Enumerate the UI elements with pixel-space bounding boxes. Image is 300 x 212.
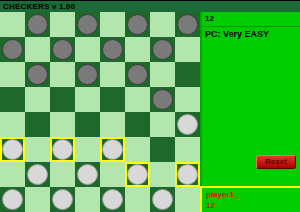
square-r3c7 — [150, 62, 175, 87]
square-r2c6 — [125, 37, 150, 62]
square-r8c6 — [125, 187, 150, 212]
square-r1c4[interactable] — [75, 12, 100, 37]
square-r4c5[interactable] — [100, 87, 125, 112]
pc-gray-piece[interactable] — [77, 14, 98, 35]
checkers-board[interactable] — [0, 12, 200, 212]
square-r5c5 — [100, 112, 125, 137]
square-r8c1[interactable] — [0, 187, 25, 212]
square-r4c4 — [75, 87, 100, 112]
side-panel: 12 PC: Very EASY Reset player1 12 — [200, 12, 300, 212]
square-r1c1 — [0, 12, 25, 37]
pc-gray-piece[interactable] — [102, 39, 123, 60]
square-r4c8 — [175, 87, 200, 112]
main-area: 12 PC: Very EASY Reset player1 12 — [0, 12, 300, 212]
square-r6c8 — [175, 137, 200, 162]
square-r6c5[interactable] — [100, 137, 125, 162]
square-r6c3[interactable] — [50, 137, 75, 162]
square-r2c2 — [25, 37, 50, 62]
pc-gray-piece[interactable] — [77, 64, 98, 85]
square-r1c2[interactable] — [25, 12, 50, 37]
square-r1c5 — [100, 12, 125, 37]
app-title: CHECKERS v 1.00 — [3, 2, 75, 11]
square-r5c7 — [150, 112, 175, 137]
square-r8c5[interactable] — [100, 187, 125, 212]
square-r2c3[interactable] — [50, 37, 75, 62]
player-white-piece[interactable] — [27, 164, 48, 185]
square-r1c3 — [50, 12, 75, 37]
pc-gray-piece[interactable] — [52, 39, 73, 60]
pc-piece-count: 12 — [202, 12, 300, 27]
square-r4c3[interactable] — [50, 87, 75, 112]
player-white-piece[interactable] — [77, 164, 98, 185]
square-r7c8[interactable] — [175, 162, 200, 187]
player-info-box: player1 12 — [200, 186, 300, 212]
square-r7c5 — [100, 162, 125, 187]
pc-gray-piece[interactable] — [127, 64, 148, 85]
square-r6c1[interactable] — [0, 137, 25, 162]
square-r4c2 — [25, 87, 50, 112]
pc-gray-piece[interactable] — [27, 64, 48, 85]
square-r7c3 — [50, 162, 75, 187]
player-white-piece[interactable] — [152, 189, 173, 210]
square-r3c3 — [50, 62, 75, 87]
square-r2c8 — [175, 37, 200, 62]
square-r8c3[interactable] — [50, 187, 75, 212]
square-r7c1 — [0, 162, 25, 187]
square-r2c5[interactable] — [100, 37, 125, 62]
square-r7c2[interactable] — [25, 162, 50, 187]
square-r6c6 — [125, 137, 150, 162]
player-white-piece[interactable] — [52, 189, 73, 210]
square-r8c8 — [175, 187, 200, 212]
checkers-app-window: CHECKERS v 1.00 12 PC: Very EASY Reset p… — [0, 0, 300, 212]
square-r6c4 — [75, 137, 100, 162]
pc-gray-piece[interactable] — [152, 89, 173, 110]
square-r4c7[interactable] — [150, 87, 175, 112]
square-r6c2 — [25, 137, 50, 162]
pc-gray-piece[interactable] — [127, 14, 148, 35]
square-r1c7 — [150, 12, 175, 37]
square-r3c6[interactable] — [125, 62, 150, 87]
square-r5c2[interactable] — [25, 112, 50, 137]
square-r2c4 — [75, 37, 100, 62]
reset-button[interactable]: Reset — [256, 155, 296, 169]
pc-gray-piece[interactable] — [152, 39, 173, 60]
player-white-piece[interactable] — [2, 189, 23, 210]
square-r5c4[interactable] — [75, 112, 100, 137]
square-r5c3 — [50, 112, 75, 137]
square-r3c4[interactable] — [75, 62, 100, 87]
square-r1c6[interactable] — [125, 12, 150, 37]
player-name: player1 — [206, 189, 300, 200]
pc-gray-piece[interactable] — [177, 14, 198, 35]
square-r3c8[interactable] — [175, 62, 200, 87]
player-white-piece[interactable] — [177, 164, 198, 185]
square-r3c1 — [0, 62, 25, 87]
square-r2c1[interactable] — [0, 37, 25, 62]
pc-difficulty-label: PC: Very EASY — [202, 27, 300, 39]
square-r1c8[interactable] — [175, 12, 200, 37]
player-white-piece[interactable] — [102, 139, 123, 160]
square-r5c6[interactable] — [125, 112, 150, 137]
square-r7c4[interactable] — [75, 162, 100, 187]
square-r4c1[interactable] — [0, 87, 25, 112]
square-r7c7 — [150, 162, 175, 187]
square-r8c2 — [25, 187, 50, 212]
square-r6c7[interactable] — [150, 137, 175, 162]
square-r4c6 — [125, 87, 150, 112]
pc-gray-piece[interactable] — [27, 14, 48, 35]
pc-gray-piece[interactable] — [2, 39, 23, 60]
square-r8c7[interactable] — [150, 187, 175, 212]
square-r3c2[interactable] — [25, 62, 50, 87]
player-white-piece[interactable] — [127, 164, 148, 185]
square-r8c4 — [75, 187, 100, 212]
square-r5c8[interactable] — [175, 112, 200, 137]
player-white-piece[interactable] — [2, 139, 23, 160]
square-r7c6[interactable] — [125, 162, 150, 187]
square-r2c7[interactable] — [150, 37, 175, 62]
square-r3c5 — [100, 62, 125, 87]
title-bar: CHECKERS v 1.00 — [0, 0, 300, 12]
player-white-piece[interactable] — [102, 189, 123, 210]
square-r5c1 — [0, 112, 25, 137]
player-white-piece[interactable] — [177, 114, 198, 135]
player-piece-count: 12 — [206, 200, 300, 211]
player-white-piece[interactable] — [52, 139, 73, 160]
